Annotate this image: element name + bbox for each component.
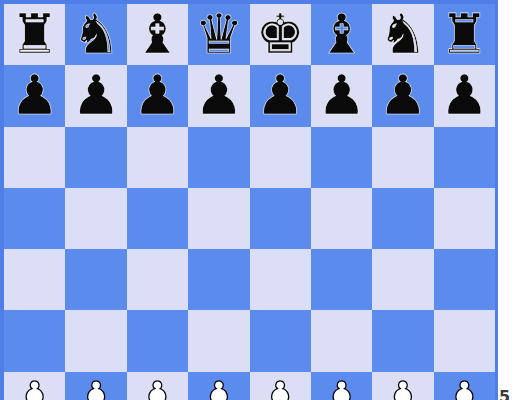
square-g8[interactable]: ♞ (372, 4, 433, 65)
square-b6[interactable] (65, 127, 126, 188)
black-pawn: ♟ (133, 65, 182, 126)
square-f4[interactable] (311, 249, 372, 310)
square-b4[interactable] (65, 249, 126, 310)
square-f3[interactable] (311, 310, 372, 371)
square-g3[interactable] (372, 310, 433, 371)
square-a3[interactable] (4, 310, 65, 371)
square-g6[interactable] (372, 127, 433, 188)
square-d3[interactable] (188, 310, 249, 371)
square-e8[interactable]: ♚ (250, 4, 311, 65)
square-a4[interactable] (4, 249, 65, 310)
square-f5[interactable] (311, 188, 372, 249)
white-pawn: ♟ (133, 372, 182, 400)
square-h2[interactable]: ♟ (434, 372, 495, 400)
square-a2[interactable]: ♟ (4, 372, 65, 400)
square-b2[interactable]: ♟ (65, 372, 126, 400)
white-pawn: ♟ (194, 372, 243, 400)
white-pawn: ♟ (71, 372, 120, 400)
square-h8[interactable]: ♜ (434, 4, 495, 65)
black-rook: ♜ (10, 4, 59, 65)
square-c4[interactable] (127, 249, 188, 310)
square-e5[interactable] (250, 188, 311, 249)
square-f7[interactable]: ♟ (311, 65, 372, 126)
white-pawn: ♟ (317, 372, 366, 400)
square-h4[interactable] (434, 249, 495, 310)
square-h7[interactable]: ♟ (434, 65, 495, 126)
square-c8[interactable]: ♝ (127, 4, 188, 65)
square-e3[interactable] (250, 310, 311, 371)
black-pawn: ♟ (378, 65, 427, 126)
black-bishop: ♝ (133, 4, 182, 65)
white-pawn: ♟ (378, 372, 427, 400)
square-h5[interactable] (434, 188, 495, 249)
square-b3[interactable] (65, 310, 126, 371)
black-pawn: ♟ (256, 65, 305, 126)
square-h3[interactable] (434, 310, 495, 371)
square-g2[interactable]: ♟ (372, 372, 433, 400)
square-g4[interactable] (372, 249, 433, 310)
square-f6[interactable] (311, 127, 372, 188)
square-c7[interactable]: ♟ (127, 65, 188, 126)
square-e4[interactable] (250, 249, 311, 310)
white-pawn: ♟ (10, 372, 59, 400)
square-f8[interactable]: ♝ (311, 4, 372, 65)
square-e2[interactable]: ♟ (250, 372, 311, 400)
square-e6[interactable] (250, 127, 311, 188)
white-pawn: ♟ (440, 372, 489, 400)
black-pawn: ♟ (10, 65, 59, 126)
square-g7[interactable]: ♟ (372, 65, 433, 126)
square-e7[interactable]: ♟ (250, 65, 311, 126)
square-g5[interactable] (372, 188, 433, 249)
square-d5[interactable] (188, 188, 249, 249)
square-a8[interactable]: ♜ (4, 4, 65, 65)
square-d2[interactable]: ♟ (188, 372, 249, 400)
chess-board: ♜♞♝♛♚♝♞♜♟♟♟♟♟♟♟♟♟♟♟♟♟♟♟♟♖♘♗♕♔♗♘♖ (0, 0, 498, 400)
square-b7[interactable]: ♟ (65, 65, 126, 126)
square-c6[interactable] (127, 127, 188, 188)
square-d6[interactable] (188, 127, 249, 188)
square-a7[interactable]: ♟ (4, 65, 65, 126)
white-pawn: ♟ (256, 372, 305, 400)
square-b5[interactable] (65, 188, 126, 249)
black-pawn: ♟ (440, 65, 489, 126)
square-d8[interactable]: ♛ (188, 4, 249, 65)
page-viewport: ♜♞♝♛♚♝♞♜♟♟♟♟♟♟♟♟♟♟♟♟♟♟♟♟♖♘♗♕♔♗♘♖ 5 (0, 0, 518, 400)
black-queen: ♛ (194, 4, 243, 65)
square-d4[interactable] (188, 249, 249, 310)
black-knight: ♞ (71, 4, 120, 65)
black-bishop: ♝ (317, 4, 366, 65)
square-h6[interactable] (434, 127, 495, 188)
square-a6[interactable] (4, 127, 65, 188)
square-a5[interactable] (4, 188, 65, 249)
black-king: ♚ (256, 4, 305, 65)
square-c2[interactable]: ♟ (127, 372, 188, 400)
square-d7[interactable]: ♟ (188, 65, 249, 126)
clipped-text-fragment: 5 (499, 387, 510, 400)
black-pawn: ♟ (317, 65, 366, 126)
square-c5[interactable] (127, 188, 188, 249)
black-knight: ♞ (378, 4, 427, 65)
square-b8[interactable]: ♞ (65, 4, 126, 65)
black-rook: ♜ (440, 4, 489, 65)
black-pawn: ♟ (71, 65, 120, 126)
square-c3[interactable] (127, 310, 188, 371)
black-pawn: ♟ (194, 65, 243, 126)
square-f2[interactable]: ♟ (311, 372, 372, 400)
